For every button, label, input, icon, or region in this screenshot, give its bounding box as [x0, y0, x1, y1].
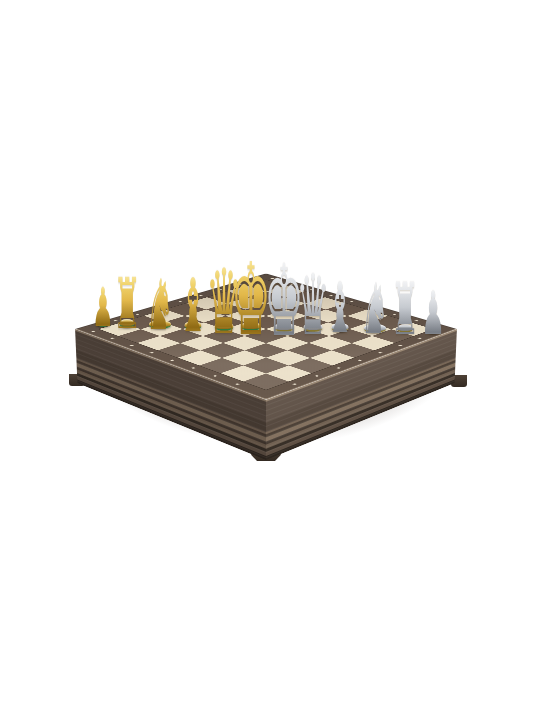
pieces-layer: ♟♜♞♝♛♚♚♛♝♞♜♟ [0, 0, 540, 720]
gold-rook-glyph: ♜ [113, 269, 141, 339]
silver-rook-glyph: ♜ [390, 273, 419, 345]
gold-knight-glyph: ♞ [146, 270, 174, 340]
gold-pawn-glyph: ♟ [92, 281, 114, 335]
silver-pawn-glyph: ♟ [421, 283, 445, 343]
silver-knight-glyph: ♞ [361, 274, 389, 344]
scene: ♟♜♞♝♛♚♚♛♝♞♜♟ [0, 0, 540, 720]
gold-bishop-glyph: ♝ [178, 268, 208, 342]
silver-queen-glyph: ♛ [296, 263, 330, 347]
silver-bishop-glyph: ♝ [326, 273, 354, 343]
chess-set-product-photo: ♟♜♞♝♛♚♚♛♝♞♜♟ [0, 0, 540, 720]
